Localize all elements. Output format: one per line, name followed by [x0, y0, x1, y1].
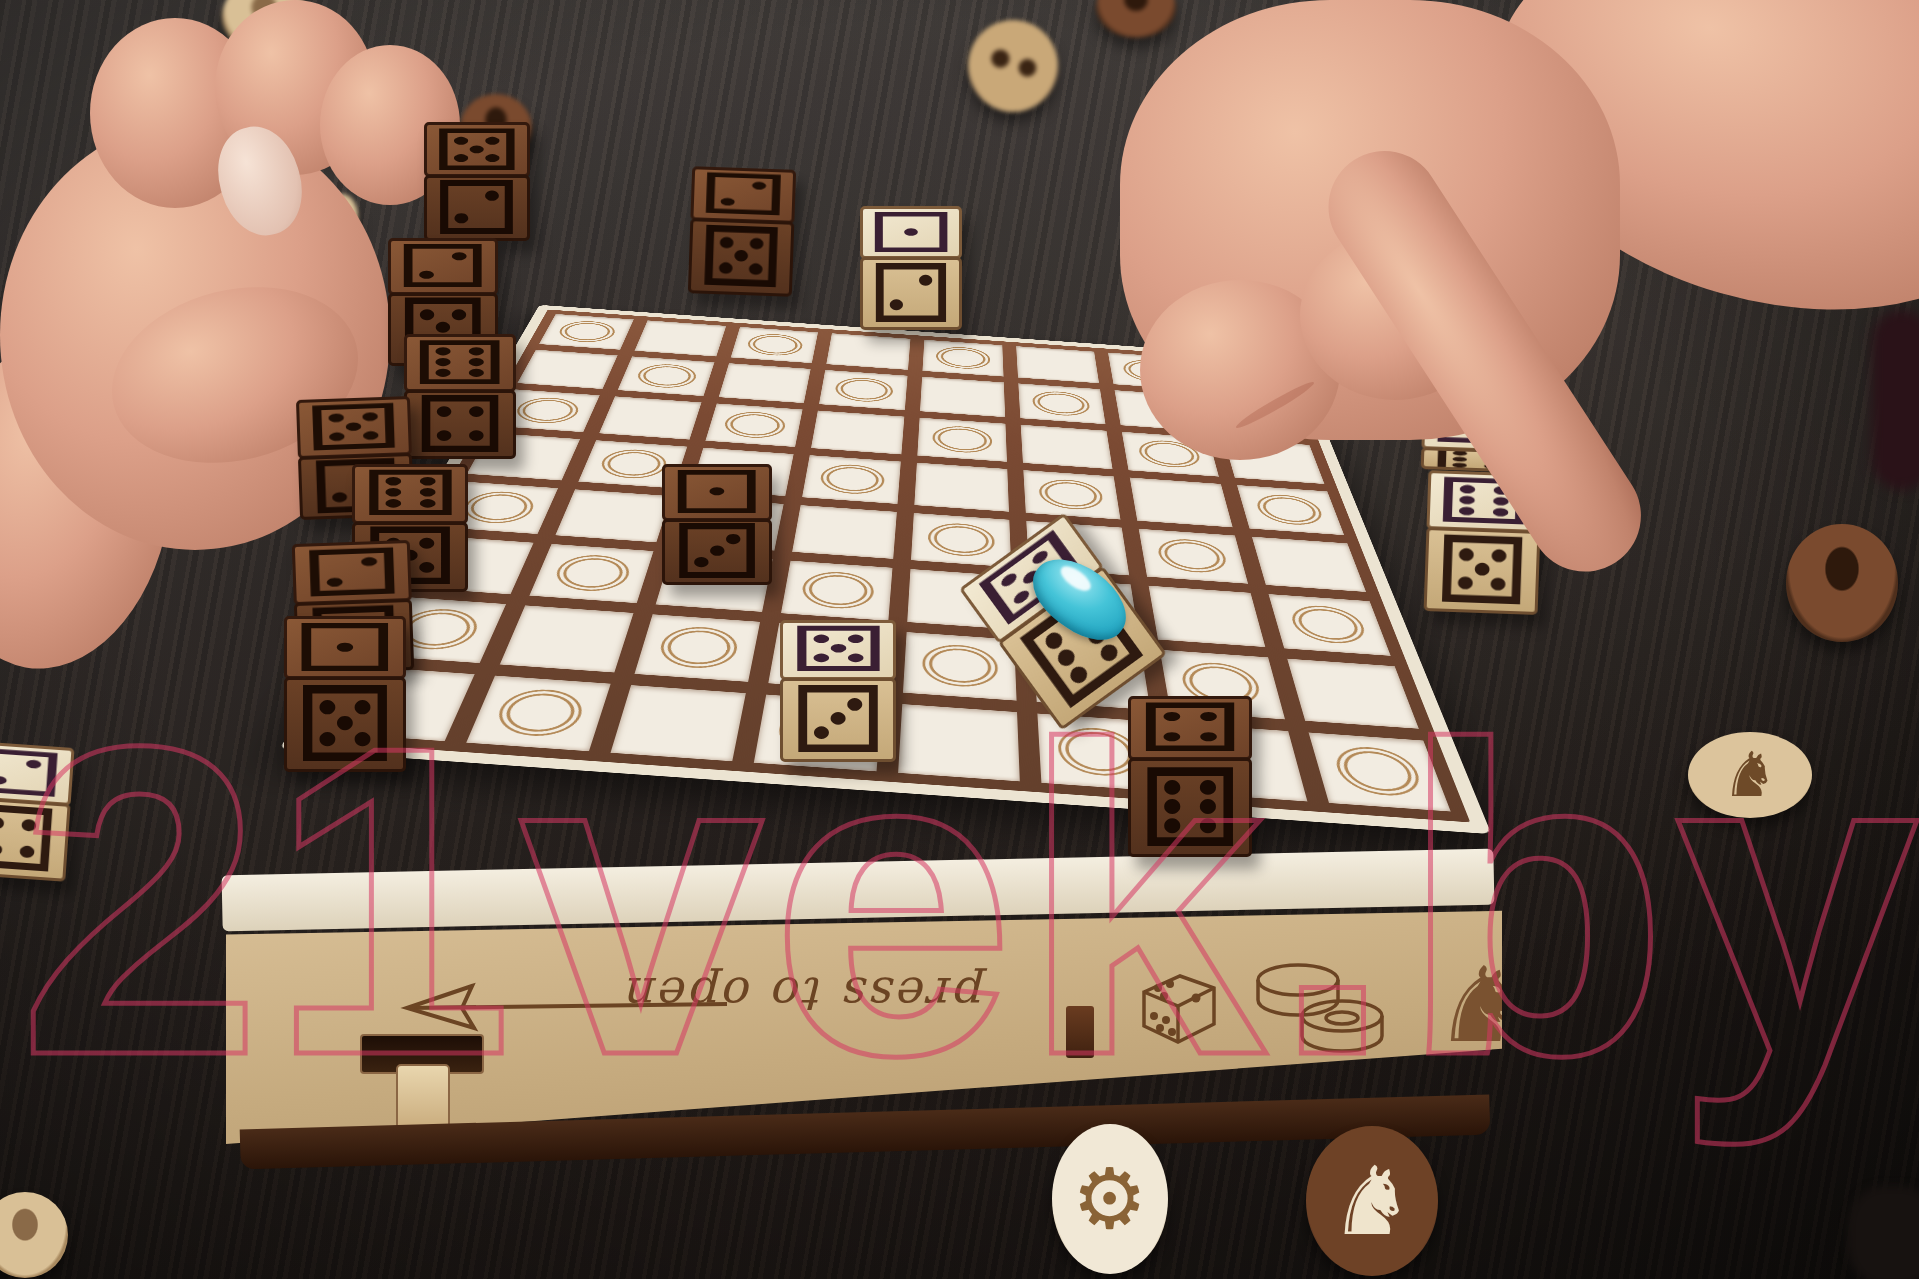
cell-r0c0[interactable]: [539, 314, 634, 350]
checker-disc-gear-disc-9[interactable]: ⚙: [1052, 1124, 1168, 1274]
cell-r1c3[interactable]: [819, 370, 907, 410]
die-top-face: ⚁: [292, 540, 412, 605]
die-dark-7[interactable]: ⚀⚄: [284, 616, 406, 772]
die-top-face: ⚅: [404, 334, 516, 392]
die-dark-9[interactable]: ⚀⚂: [662, 464, 772, 585]
die-front-face: ⚅: [1128, 758, 1252, 857]
die-icon: [1116, 958, 1236, 1078]
cell-r6c1[interactable]: [500, 606, 633, 673]
cell-r6c2[interactable]: [634, 614, 760, 681]
die-dark-10[interactable]: ⚃⚅: [1128, 696, 1252, 857]
cell-r5c1[interactable]: [530, 544, 654, 603]
cell-r3c3[interactable]: [802, 455, 900, 504]
cell-r7c1[interactable]: [467, 675, 611, 751]
right-hand: [900, 0, 1919, 680]
die-top-face: ⚄: [424, 122, 530, 177]
cell-r7c7[interactable]: [1308, 732, 1451, 811]
cell-r7c4[interactable]: [898, 704, 1020, 782]
photo-stage: press to open: [0, 0, 1919, 1279]
die-top-face: ⚁: [690, 166, 796, 224]
die-front-face: ⚃: [0, 796, 71, 882]
die-top-face: ⚁: [388, 238, 498, 295]
cell-r2c3[interactable]: [811, 410, 904, 454]
cell-r4c1[interactable]: [556, 489, 672, 542]
die-dark-8[interactable]: ⚁⚄: [688, 166, 796, 297]
cell-r5c3[interactable]: [781, 561, 892, 621]
die-dark-1[interactable]: ⚄⚁: [424, 122, 530, 241]
index-finger-nail: [1020, 543, 1141, 654]
die-front-face: ⚄: [284, 677, 406, 772]
cell-r0c1[interactable]: [635, 320, 726, 356]
die-top-face: ⚄: [296, 396, 412, 459]
die-top-face: ⚀: [284, 616, 406, 679]
cell-r1c2[interactable]: [718, 363, 810, 403]
die-top-face: ⚁: [0, 740, 75, 806]
die-front-face: ⚁: [424, 175, 530, 241]
press-to-open-label: press to open: [526, 948, 1086, 1040]
cell-r4c3[interactable]: [792, 505, 896, 559]
cell-r7c2[interactable]: [610, 685, 746, 761]
cell-r0c2[interactable]: [731, 327, 819, 363]
die-top-face: ⚃: [1128, 696, 1252, 760]
die-top-face: ⚄: [780, 620, 896, 680]
cell-r2c1[interactable]: [599, 396, 701, 439]
die-front-face: ⚂: [780, 678, 896, 762]
blurred-object-corner: [1848, 1186, 1919, 1279]
die-top-face: ⚀: [662, 464, 772, 521]
checkers-stack-icon: [1246, 954, 1396, 1074]
die-front-face: ⚄: [688, 218, 795, 297]
cell-r1c1[interactable]: [618, 357, 714, 397]
die-light-2[interactable]: ⚄⚂: [780, 620, 896, 762]
die-front-face: ⚃: [404, 390, 516, 459]
cell-r0c3[interactable]: [826, 333, 910, 370]
die-front-face: ⚂: [662, 519, 772, 585]
cell-r2c2[interactable]: [705, 403, 802, 447]
latch-peg-left[interactable]: [1066, 1006, 1094, 1058]
die-light-6[interactable]: ⚁⚃: [0, 740, 75, 881]
die-top-face: ⚅: [352, 464, 468, 524]
checker-disc-knight-dark-10[interactable]: ♞: [1306, 1126, 1438, 1276]
die-dark-3[interactable]: ⚅⚃: [404, 334, 516, 459]
cell-r1c0[interactable]: [517, 350, 617, 389]
latch-tab[interactable]: [396, 1064, 450, 1132]
